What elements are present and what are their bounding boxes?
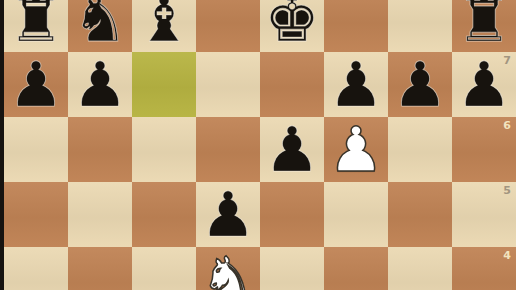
square-f6[interactable]: ♟ [324,117,388,182]
square-d7[interactable] [196,52,260,117]
square-b8[interactable]: ♞ [68,0,132,52]
square-h8[interactable]: ♜8 [452,0,516,52]
piece-black-pawn[interactable]: ♟ [4,52,68,117]
square-d6[interactable] [196,117,260,182]
square-e8[interactable]: ♚ [260,0,324,52]
square-b4[interactable] [68,247,132,290]
piece-black-pawn[interactable]: ♟ [388,52,452,117]
piece-white-pawn[interactable]: ♟ [324,117,388,182]
square-h4[interactable]: 4 [452,247,516,290]
piece-black-rook[interactable]: ♜ [4,0,68,52]
square-c7[interactable] [132,52,196,117]
square-c6[interactable] [132,117,196,182]
square-e7[interactable] [260,52,324,117]
piece-black-pawn[interactable]: ♟ [324,52,388,117]
piece-black-king[interactable]: ♚ [260,0,324,52]
square-b5[interactable] [68,182,132,247]
square-f5[interactable] [324,182,388,247]
chess-video-frame: ♜♞♝♚♜8♟♟♟♟♟7♟♟6♟5♞4 [0,0,516,290]
piece-black-bishop[interactable]: ♝ [132,0,196,52]
piece-black-pawn[interactable]: ♟ [196,182,260,247]
rank-label-4: 4 [503,250,511,262]
piece-white-knight[interactable]: ♞ [196,247,260,290]
square-f4[interactable] [324,247,388,290]
square-f8[interactable] [324,0,388,52]
square-d5[interactable]: ♟ [196,182,260,247]
chess-board: ♜♞♝♚♜8♟♟♟♟♟7♟♟6♟5♞4 [4,0,516,290]
square-e5[interactable] [260,182,324,247]
square-g5[interactable] [388,182,452,247]
square-g7[interactable]: ♟ [388,52,452,117]
piece-black-knight[interactable]: ♞ [68,0,132,52]
square-d4[interactable]: ♞ [196,247,260,290]
square-f7[interactable]: ♟ [324,52,388,117]
rank-label-7: 7 [503,55,511,67]
square-c4[interactable] [132,247,196,290]
square-g4[interactable] [388,247,452,290]
rank-label-6: 6 [503,120,511,132]
piece-black-pawn[interactable]: ♟ [260,117,324,182]
square-g6[interactable] [388,117,452,182]
piece-black-rook[interactable]: ♜ [452,0,516,52]
square-e6[interactable]: ♟ [260,117,324,182]
square-h7[interactable]: ♟7 [452,52,516,117]
square-d8[interactable] [196,0,260,52]
square-e4[interactable] [260,247,324,290]
rank-label-5: 5 [503,185,511,197]
square-a7[interactable]: ♟ [4,52,68,117]
square-h5[interactable]: 5 [452,182,516,247]
square-g8[interactable] [388,0,452,52]
board-left-edge [0,0,4,290]
square-a6[interactable] [4,117,68,182]
square-a5[interactable] [4,182,68,247]
square-a4[interactable] [4,247,68,290]
square-a8[interactable]: ♜ [4,0,68,52]
piece-black-pawn[interactable]: ♟ [68,52,132,117]
square-c5[interactable] [132,182,196,247]
square-b6[interactable] [68,117,132,182]
rank-label-8: 8 [503,0,511,2]
square-h6[interactable]: 6 [452,117,516,182]
square-c8[interactable]: ♝ [132,0,196,52]
square-b7[interactable]: ♟ [68,52,132,117]
